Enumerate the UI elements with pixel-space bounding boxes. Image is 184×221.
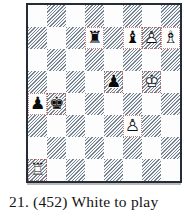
square-b3 (47, 115, 66, 137)
square-d2 (85, 137, 104, 159)
square-a4: ♟ (28, 93, 47, 115)
square-h5 (161, 71, 180, 93)
square-e2 (104, 137, 123, 159)
square-g5: ♚♔ (142, 71, 161, 93)
square-b7 (47, 27, 66, 49)
square-f6 (123, 49, 142, 71)
square-g1 (142, 159, 161, 181)
square-g4 (142, 93, 161, 115)
square-f3: ♟♙ (123, 115, 142, 137)
square-a8 (28, 5, 47, 27)
square-c7 (66, 27, 85, 49)
square-a7 (28, 27, 47, 49)
square-e6 (104, 49, 123, 71)
black-pawn-a4: ♟ (28, 93, 47, 115)
square-g6 (142, 49, 161, 71)
white-king-g5: ♚♔ (142, 71, 161, 93)
square-d4 (85, 93, 104, 115)
square-b8 (47, 5, 66, 27)
square-a5 (28, 71, 47, 93)
square-a2 (28, 137, 47, 159)
square-h8 (161, 5, 180, 27)
white-rook-a1: ♜♖ (28, 159, 47, 181)
square-h3 (161, 115, 180, 137)
white-pawn-f3: ♟♙ (123, 115, 142, 137)
white-pawn-g7: ♟♙ (142, 27, 161, 49)
square-g8 (142, 5, 161, 27)
black-pawn-e5: ♟ (104, 71, 123, 93)
square-e8 (104, 5, 123, 27)
square-e1 (104, 159, 123, 181)
square-g2 (142, 137, 161, 159)
square-f2 (123, 137, 142, 159)
square-a1: ♜♖ (28, 159, 47, 181)
square-b6 (47, 49, 66, 71)
square-d1 (85, 159, 104, 181)
square-h6 (161, 49, 180, 71)
square-a3 (28, 115, 47, 137)
square-f5 (123, 71, 142, 93)
chess-board: ♜♝♟♙♝♗♟♚♔♟♚♟♙♜♖ (26, 3, 182, 183)
square-c3 (66, 115, 85, 137)
square-g3 (142, 115, 161, 137)
square-b2 (47, 137, 66, 159)
square-g7: ♟♙ (142, 27, 161, 49)
square-b4: ♚ (47, 93, 66, 115)
square-e7 (104, 27, 123, 49)
square-d3 (85, 115, 104, 137)
square-h7: ♝♗ (161, 27, 180, 49)
square-c5 (66, 71, 85, 93)
square-h4 (161, 93, 180, 115)
square-d8 (85, 5, 104, 27)
square-c2 (66, 137, 85, 159)
square-b1 (47, 159, 66, 181)
square-f1 (123, 159, 142, 181)
square-h1 (161, 159, 180, 181)
diagram-caption: 21. (452) White to play (9, 193, 158, 211)
white-bishop-h7: ♝♗ (161, 27, 180, 49)
square-e3 (104, 115, 123, 137)
square-f8 (123, 5, 142, 27)
square-c8 (66, 5, 85, 27)
square-c4 (66, 93, 85, 115)
square-d7: ♜ (85, 27, 104, 49)
square-e4 (104, 93, 123, 115)
square-d6 (85, 49, 104, 71)
square-e5: ♟ (104, 71, 123, 93)
black-rook-d7: ♜ (85, 27, 104, 49)
square-a6 (28, 49, 47, 71)
square-b5 (47, 71, 66, 93)
square-h2 (161, 137, 180, 159)
square-c1 (66, 159, 85, 181)
square-f4 (123, 93, 142, 115)
black-king-b4: ♚ (47, 93, 66, 115)
black-bishop-f7: ♝ (123, 27, 142, 49)
square-f7: ♝ (123, 27, 142, 49)
square-d5 (85, 71, 104, 93)
square-c6 (66, 49, 85, 71)
